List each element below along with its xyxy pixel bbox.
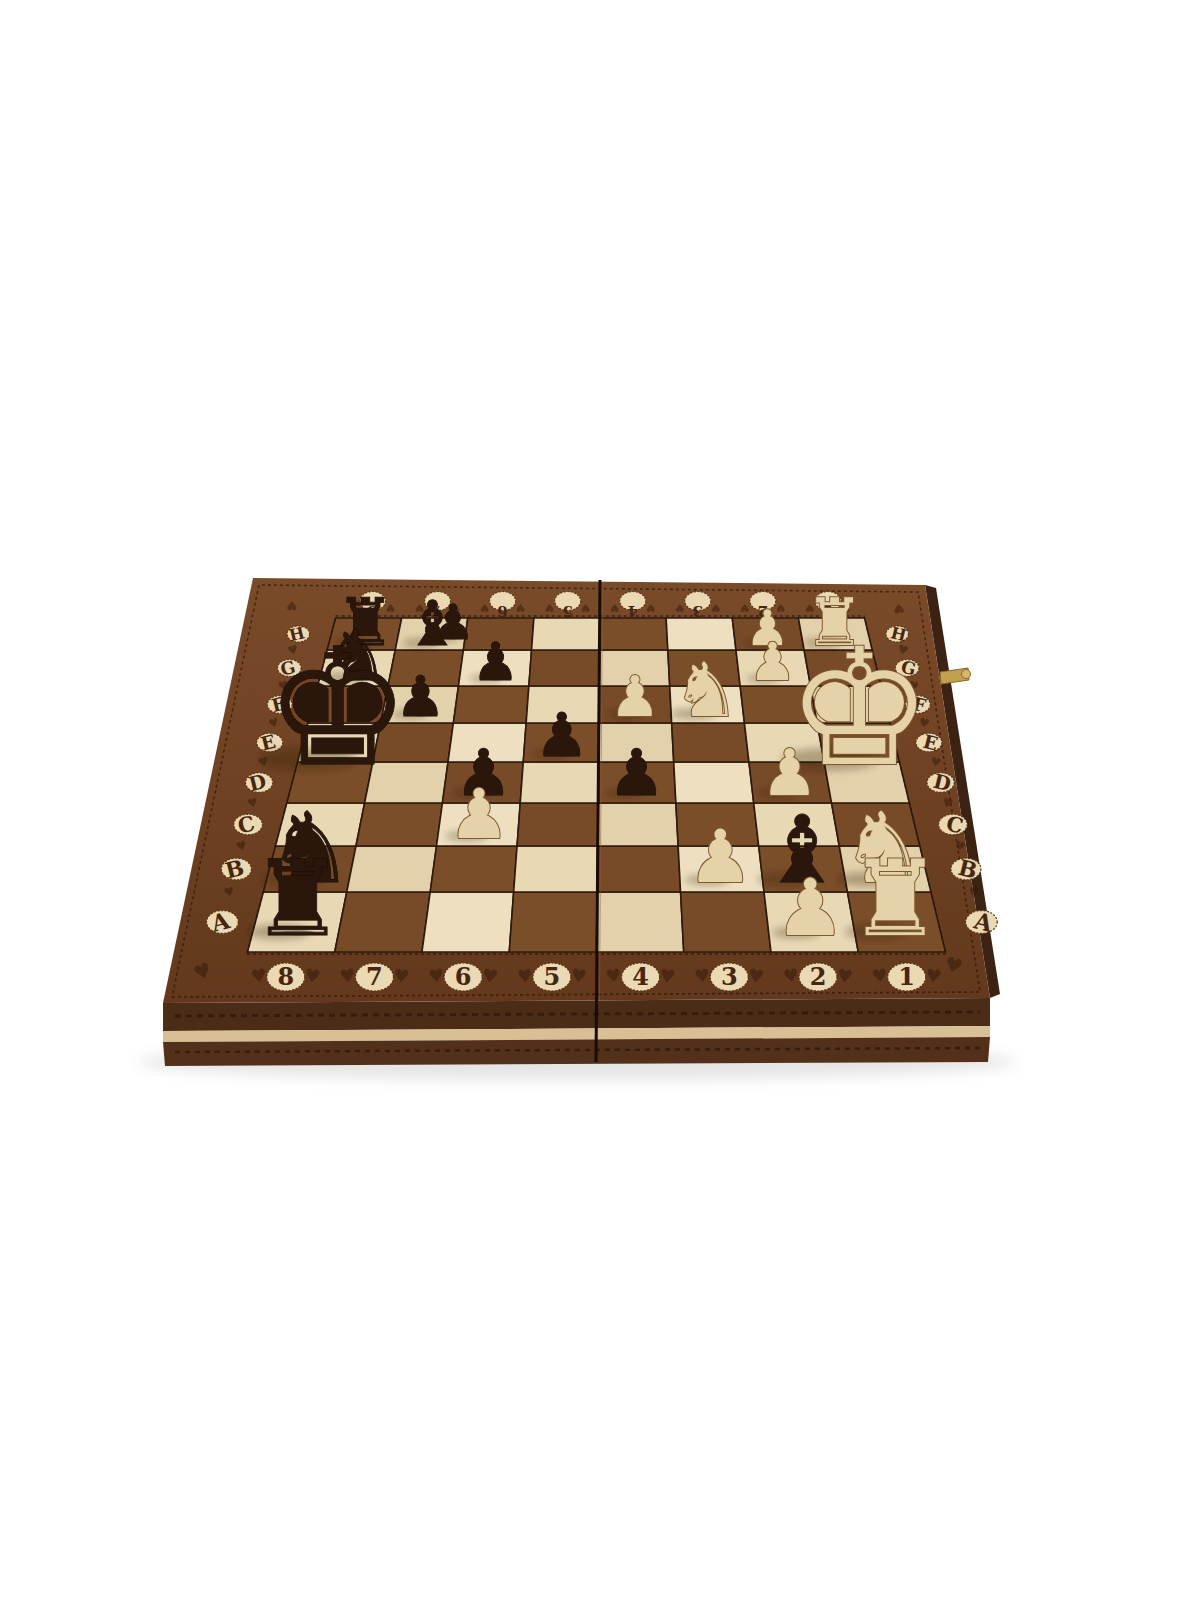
back-heart: ♥: [480, 601, 490, 614]
front-heart: ♥: [249, 964, 268, 987]
front-rank-label-2: 2: [810, 962, 827, 991]
back-heart: ♥: [711, 601, 721, 614]
front-heart: ♥: [747, 964, 766, 987]
front-heart: ♥: [693, 964, 712, 987]
front-rank-label-6: 6: [455, 962, 472, 991]
white-knight-f3: ♞: [673, 646, 740, 734]
front-heart: ♥: [604, 964, 623, 987]
square-a5: [509, 892, 597, 952]
square-d3: [674, 762, 754, 803]
square-h5: [532, 618, 600, 650]
square-c5: [517, 803, 598, 846]
black-pawn-d4: ♟: [608, 735, 666, 810]
white-rook-a1: ♜: [849, 838, 943, 960]
front-rank-label-8: 8: [277, 962, 294, 991]
front-rank-label-7: 7: [366, 962, 383, 991]
black-bishop-h7: ♝: [404, 587, 460, 660]
back-heart: ♥: [545, 601, 555, 614]
square-a4: [596, 892, 683, 952]
front-heart: ♥: [924, 964, 943, 987]
front-heart: ♥: [658, 964, 677, 987]
black-rook-a8: ♜: [251, 838, 345, 960]
square-a3: [681, 892, 771, 952]
back-heart: ♥: [646, 601, 656, 614]
white-pawn-a2: ♟: [775, 862, 845, 954]
front-heart: ♥: [835, 964, 854, 987]
white-pawn-c6: ♟: [448, 774, 510, 854]
front-heart: ♥: [569, 964, 588, 987]
back-rank-label-4: 4: [628, 602, 638, 620]
front-rank-label-3: 3: [721, 962, 738, 991]
front-heart: ♥: [427, 964, 446, 987]
front-heart: ♥: [481, 964, 500, 987]
back-rank-label-3: 3: [693, 602, 703, 620]
black-king-e8: ♚: [265, 614, 410, 802]
clasp-knob: [962, 670, 971, 679]
square-c7: [356, 803, 442, 846]
back-heart: ♥: [516, 601, 526, 614]
front-heart: ♥: [303, 964, 322, 987]
back-rank-label-5: 5: [562, 602, 572, 620]
square-b7: [347, 846, 437, 892]
product-photo-canvas: 8♥♥7♥♥6♥♥5♥♥4♥♥3♥♥2♥♥1♥♥8♥♥7♥♥6♥♥5♥♥4♥♥3…: [0, 0, 1200, 1600]
corner-heart: ♥: [286, 598, 298, 613]
back-heart: ♥: [610, 601, 620, 614]
front-heart: ♥: [338, 964, 357, 987]
front-heart: ♥: [782, 964, 801, 987]
black-pawn-e5: ♟: [535, 700, 589, 770]
back-heart: ♥: [581, 601, 591, 614]
white-pawn-b3: ♟: [688, 814, 754, 899]
black-pawn-g6: ♟: [472, 631, 519, 692]
square-g5: [529, 650, 600, 686]
square-h4: [600, 618, 668, 650]
square-b5: [514, 846, 598, 892]
white-pawn-f4: ♟: [610, 664, 660, 729]
chessboard-photo: 8♥♥7♥♥6♥♥5♥♥4♥♥3♥♥2♥♥1♥♥8♥♥7♥♥6♥♥5♥♥4♥♥3…: [0, 0, 1200, 1600]
front-heart: ♥: [392, 964, 411, 987]
front-rank-label-5: 5: [544, 962, 561, 991]
front-rank-label-1: 1: [898, 962, 915, 991]
back-heart: ♥: [675, 601, 685, 614]
square-b4: [597, 846, 680, 892]
front-rank-label-4: 4: [632, 962, 649, 991]
front-heart: ♥: [870, 964, 889, 987]
square-a6: [422, 892, 514, 952]
back-rank-label-6: 6: [497, 602, 507, 620]
front-heart: ♥: [516, 964, 535, 987]
